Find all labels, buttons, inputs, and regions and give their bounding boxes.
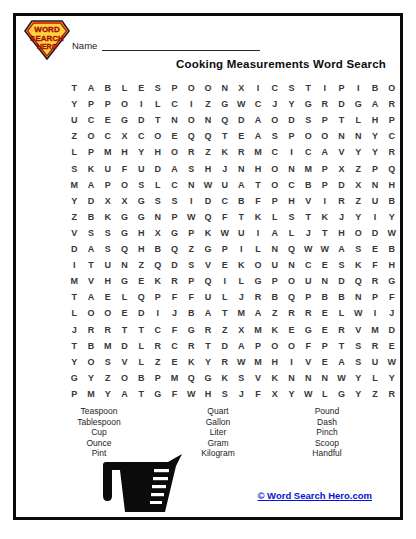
grid-cell-r2c13[interactable]: J [266, 96, 283, 112]
grid-cell-r1c8[interactable]: O [183, 80, 200, 96]
grid-cell-r7c1[interactable]: M [66, 177, 83, 193]
grid-cell-r15c19[interactable]: I [367, 305, 384, 321]
grid-cell-r20c15[interactable]: W [300, 386, 317, 402]
grid-cell-r13c11[interactable]: L [233, 273, 250, 289]
grid-cell-r2c8[interactable]: I [183, 96, 200, 112]
grid-cell-r7c10[interactable]: U [216, 177, 233, 193]
grid-cell-r14c20[interactable]: F [383, 289, 400, 305]
grid-cell-r5c15[interactable]: C [300, 144, 317, 160]
grid-cell-r9c15[interactable]: T [300, 209, 317, 225]
grid-cell-r3c20[interactable]: P [383, 112, 400, 128]
grid-cell-r16c10[interactable]: Z [216, 322, 233, 338]
grid-cell-r14c14[interactable]: Q [283, 289, 300, 305]
grid-cell-r15c2[interactable]: O [83, 305, 100, 321]
grid-cell-r11c19[interactable]: E [367, 241, 384, 257]
grid-cell-r15c10[interactable]: T [216, 305, 233, 321]
grid-cell-r11c7[interactable]: Q [166, 241, 183, 257]
grid-cell-r4c9[interactable]: Q [200, 128, 217, 144]
grid-cell-r10c16[interactable]: T [317, 225, 334, 241]
grid-cell-r13c15[interactable]: U [300, 273, 317, 289]
grid-cell-r19c13[interactable]: K [266, 370, 283, 386]
grid-cell-r18c13[interactable]: H [266, 354, 283, 370]
grid-cell-r16c5[interactable]: T [133, 322, 150, 338]
grid-cell-r8c15[interactable]: V [300, 193, 317, 209]
grid-cell-r16c4[interactable]: T [116, 322, 133, 338]
grid-cell-r7c15[interactable]: B [300, 177, 317, 193]
grid-cell-r9c12[interactable]: K [250, 209, 267, 225]
grid-cell-r13c17[interactable]: D [333, 273, 350, 289]
grid-cell-r4c11[interactable]: E [233, 128, 250, 144]
grid-cell-r8c3[interactable]: X [99, 193, 116, 209]
grid-cell-r5c5[interactable]: Y [133, 144, 150, 160]
grid-cell-r20c4[interactable]: A [116, 386, 133, 402]
grid-cell-r1c5[interactable]: E [133, 80, 150, 96]
grid-cell-r19c5[interactable]: B [133, 370, 150, 386]
grid-cell-r11c20[interactable]: B [383, 241, 400, 257]
grid-cell-r20c1[interactable]: P [66, 386, 83, 402]
grid-cell-r9c2[interactable]: B [83, 209, 100, 225]
grid-cell-r15c14[interactable]: R [283, 305, 300, 321]
grid-cell-r14c13[interactable]: B [266, 289, 283, 305]
grid-cell-r5c12[interactable]: M [250, 144, 267, 160]
grid-cell-r20c20[interactable]: R [383, 386, 400, 402]
grid-cell-r17c11[interactable]: A [233, 338, 250, 354]
grid-cell-r14c10[interactable]: L [216, 289, 233, 305]
grid-cell-r20c3[interactable]: Y [99, 386, 116, 402]
grid-cell-r19c14[interactable]: N [283, 370, 300, 386]
grid-cell-r9c7[interactable]: P [166, 209, 183, 225]
grid-cell-r15c4[interactable]: E [116, 305, 133, 321]
grid-cell-r9c1[interactable]: Z [66, 209, 83, 225]
grid-cell-r1c3[interactable]: B [99, 80, 116, 96]
grid-cell-r18c8[interactable]: K [183, 354, 200, 370]
grid-cell-r5c16[interactable]: A [317, 144, 334, 160]
grid-cell-r9c17[interactable]: J [333, 209, 350, 225]
grid-cell-r8c17[interactable]: R [333, 193, 350, 209]
grid-cell-r14c11[interactable]: J [233, 289, 250, 305]
grid-cell-r6c4[interactable]: F [116, 161, 133, 177]
grid-cell-r14c8[interactable]: F [183, 289, 200, 305]
grid-cell-r10c19[interactable]: D [367, 225, 384, 241]
grid-cell-r8c19[interactable]: U [367, 193, 384, 209]
grid-cell-r1c15[interactable]: T [300, 80, 317, 96]
grid-cell-r10c3[interactable]: S [99, 225, 116, 241]
grid-cell-r3c3[interactable]: E [99, 112, 116, 128]
grid-cell-r5c10[interactable]: K [216, 144, 233, 160]
grid-cell-r6c10[interactable]: J [216, 161, 233, 177]
grid-cell-r5c8[interactable]: R [183, 144, 200, 160]
grid-cell-r20c16[interactable]: L [317, 386, 334, 402]
grid-cell-r1c13[interactable]: C [266, 80, 283, 96]
grid-cell-r2c4[interactable]: O [116, 96, 133, 112]
grid-cell-r16c20[interactable]: D [383, 322, 400, 338]
grid-cell-r16c18[interactable]: V [350, 322, 367, 338]
grid-cell-r11c6[interactable]: B [150, 241, 167, 257]
grid-cell-r19c8[interactable]: Q [183, 370, 200, 386]
grid-cell-r17c10[interactable]: D [216, 338, 233, 354]
grid-cell-r16c8[interactable]: G [183, 322, 200, 338]
grid-cell-r5c19[interactable]: Y [367, 144, 384, 160]
grid-cell-r4c19[interactable]: Y [367, 128, 384, 144]
grid-cell-r10c7[interactable]: G [166, 225, 183, 241]
grid-cell-r13c10[interactable]: I [216, 273, 233, 289]
grid-cell-r1c7[interactable]: P [166, 80, 183, 96]
grid-cell-r12c5[interactable]: Z [133, 257, 150, 273]
grid-cell-r3c15[interactable]: S [300, 112, 317, 128]
grid-cell-r9c8[interactable]: W [183, 209, 200, 225]
grid-cell-r17c12[interactable]: P [250, 338, 267, 354]
grid-cell-r8c8[interactable]: I [183, 193, 200, 209]
grid-cell-r7c11[interactable]: A [233, 177, 250, 193]
grid-cell-r11c2[interactable]: A [83, 241, 100, 257]
grid-cell-r3c1[interactable]: U [66, 112, 83, 128]
grid-cell-r3c7[interactable]: N [166, 112, 183, 128]
grid-cell-r11c5[interactable]: H [133, 241, 150, 257]
grid-cell-r9c10[interactable]: F [216, 209, 233, 225]
grid-cell-r7c13[interactable]: O [266, 177, 283, 193]
grid-cell-r20c10[interactable]: S [216, 386, 233, 402]
grid-cell-r15c3[interactable]: O [99, 305, 116, 321]
grid-cell-r11c16[interactable]: W [317, 241, 334, 257]
grid-cell-r9c4[interactable]: G [116, 209, 133, 225]
grid-cell-r2c5[interactable]: I [133, 96, 150, 112]
grid-cell-r17c16[interactable]: P [317, 338, 334, 354]
grid-cell-r11c9[interactable]: G [200, 241, 217, 257]
grid-cell-r18c2[interactable]: O [83, 354, 100, 370]
grid-cell-r16c19[interactable]: M [367, 322, 384, 338]
grid-cell-r3c4[interactable]: G [116, 112, 133, 128]
grid-cell-r12c10[interactable]: E [216, 257, 233, 273]
grid-cell-r17c18[interactable]: S [350, 338, 367, 354]
grid-cell-r2c20[interactable]: R [383, 96, 400, 112]
grid-cell-r3c10[interactable]: Q [216, 112, 233, 128]
grid-cell-r6c19[interactable]: P [367, 161, 384, 177]
grid-cell-r2c15[interactable]: G [300, 96, 317, 112]
grid-cell-r19c16[interactable]: N [317, 370, 334, 386]
grid-cell-r13c4[interactable]: G [116, 273, 133, 289]
grid-cell-r7c7[interactable]: C [166, 177, 183, 193]
grid-cell-r19c4[interactable]: O [116, 370, 133, 386]
grid-cell-r3c11[interactable]: D [233, 112, 250, 128]
grid-cell-r5c11[interactable]: R [233, 144, 250, 160]
grid-cell-r6c18[interactable]: Z [350, 161, 367, 177]
grid-cell-r1c1[interactable]: T [66, 80, 83, 96]
grid-cell-r12c1[interactable]: I [66, 257, 83, 273]
grid-cell-r11c10[interactable]: P [216, 241, 233, 257]
grid-cell-r10c2[interactable]: S [83, 225, 100, 241]
grid-cell-r10c20[interactable]: W [383, 225, 400, 241]
grid-cell-r4c4[interactable]: X [116, 128, 133, 144]
grid-cell-r4c10[interactable]: T [216, 128, 233, 144]
grid-cell-r4c20[interactable]: C [383, 128, 400, 144]
grid-cell-r12c7[interactable]: D [166, 257, 183, 273]
grid-cell-r17c9[interactable]: T [200, 338, 217, 354]
grid-cell-r4c17[interactable]: N [333, 128, 350, 144]
grid-cell-r4c14[interactable]: P [283, 128, 300, 144]
grid-cell-r18c7[interactable]: E [166, 354, 183, 370]
grid-cell-r9c11[interactable]: T [233, 209, 250, 225]
grid-cell-r1c19[interactable]: B [367, 80, 384, 96]
grid-cell-r15c1[interactable]: L [66, 305, 83, 321]
grid-cell-r7c9[interactable]: W [200, 177, 217, 193]
grid-cell-r9c14[interactable]: S [283, 209, 300, 225]
grid-cell-r17c13[interactable]: O [266, 338, 283, 354]
grid-cell-r14c7[interactable]: F [166, 289, 183, 305]
grid-cell-r14c19[interactable]: P [367, 289, 384, 305]
grid-cell-r15c9[interactable]: A [200, 305, 217, 321]
grid-cell-r20c19[interactable]: Z [367, 386, 384, 402]
grid-cell-r19c7[interactable]: M [166, 370, 183, 386]
grid-cell-r1c10[interactable]: N [216, 80, 233, 96]
grid-cell-r11c4[interactable]: Q [116, 241, 133, 257]
grid-cell-r18c10[interactable]: R [216, 354, 233, 370]
grid-cell-r13c19[interactable]: R [367, 273, 384, 289]
grid-cell-r10c6[interactable]: X [150, 225, 167, 241]
grid-cell-r2c9[interactable]: Z [200, 96, 217, 112]
grid-cell-r2c1[interactable]: Y [66, 96, 83, 112]
grid-cell-r5c4[interactable]: H [116, 144, 133, 160]
grid-cell-r7c12[interactable]: T [250, 177, 267, 193]
grid-cell-r2c7[interactable]: C [166, 96, 183, 112]
grid-cell-r19c18[interactable]: Y [350, 370, 367, 386]
grid-cell-r2c17[interactable]: D [333, 96, 350, 112]
grid-cell-r3c17[interactable]: T [333, 112, 350, 128]
grid-cell-r13c5[interactable]: E [133, 273, 150, 289]
grid-cell-r8c4[interactable]: X [116, 193, 133, 209]
grid-cell-r6c17[interactable]: X [333, 161, 350, 177]
grid-cell-r19c9[interactable]: G [200, 370, 217, 386]
grid-cell-r12c11[interactable]: K [233, 257, 250, 273]
grid-cell-r14c1[interactable]: T [66, 289, 83, 305]
grid-cell-r19c6[interactable]: P [150, 370, 167, 386]
grid-cell-r3c2[interactable]: C [83, 112, 100, 128]
grid-cell-r6c8[interactable]: S [183, 161, 200, 177]
grid-cell-r8c1[interactable]: Y [66, 193, 83, 209]
grid-cell-r9c18[interactable]: Y [350, 209, 367, 225]
grid-cell-r13c14[interactable]: O [283, 273, 300, 289]
grid-cell-r20c11[interactable]: J [233, 386, 250, 402]
grid-cell-r14c3[interactable]: E [99, 289, 116, 305]
grid-cell-r17c20[interactable]: E [383, 338, 400, 354]
grid-cell-r17c4[interactable]: D [116, 338, 133, 354]
grid-cell-r9c6[interactable]: N [150, 209, 167, 225]
grid-cell-r8c10[interactable]: C [216, 193, 233, 209]
grid-cell-r16c15[interactable]: G [300, 322, 317, 338]
grid-cell-r14c9[interactable]: U [200, 289, 217, 305]
grid-cell-r17c8[interactable]: R [183, 338, 200, 354]
grid-cell-r6c20[interactable]: Q [383, 161, 400, 177]
grid-cell-r10c8[interactable]: P [183, 225, 200, 241]
grid-cell-r15c12[interactable]: A [250, 305, 267, 321]
grid-cell-r6c3[interactable]: U [99, 161, 116, 177]
grid-cell-r6c16[interactable]: P [317, 161, 334, 177]
grid-cell-r14c6[interactable]: P [150, 289, 167, 305]
grid-cell-r15c16[interactable]: E [317, 305, 334, 321]
grid-cell-r17c14[interactable]: O [283, 338, 300, 354]
grid-cell-r10c14[interactable]: L [283, 225, 300, 241]
grid-cell-r3c5[interactable]: D [133, 112, 150, 128]
grid-cell-r15c5[interactable]: D [133, 305, 150, 321]
grid-cell-r13c13[interactable]: P [266, 273, 283, 289]
grid-cell-r9c19[interactable]: I [367, 209, 384, 225]
grid-cell-r18c15[interactable]: V [300, 354, 317, 370]
grid-cell-r19c17[interactable]: W [333, 370, 350, 386]
grid-cell-r10c5[interactable]: H [133, 225, 150, 241]
grid-cell-r7c4[interactable]: O [116, 177, 133, 193]
grid-cell-r1c4[interactable]: L [116, 80, 133, 96]
grid-cell-r17c17[interactable]: T [333, 338, 350, 354]
grid-cell-r2c2[interactable]: P [83, 96, 100, 112]
grid-cell-r7c5[interactable]: S [133, 177, 150, 193]
grid-cell-r3c8[interactable]: O [183, 112, 200, 128]
grid-cell-r17c5[interactable]: L [133, 338, 150, 354]
grid-cell-r18c3[interactable]: S [99, 354, 116, 370]
grid-cell-r17c6[interactable]: R [150, 338, 167, 354]
grid-cell-r2c12[interactable]: C [250, 96, 267, 112]
grid-cell-r12c17[interactable]: S [333, 257, 350, 273]
grid-cell-r6c2[interactable]: K [83, 161, 100, 177]
grid-cell-r2c18[interactable]: G [350, 96, 367, 112]
grid-cell-r12c20[interactable]: H [383, 257, 400, 273]
grid-cell-r4c1[interactable]: Z [66, 128, 83, 144]
grid-cell-r10c9[interactable]: K [200, 225, 217, 241]
grid-cell-r10c17[interactable]: H [333, 225, 350, 241]
grid-cell-r3c14[interactable]: D [283, 112, 300, 128]
grid-cell-r16c12[interactable]: M [250, 322, 267, 338]
grid-cell-r6c9[interactable]: H [200, 161, 217, 177]
grid-cell-r7c18[interactable]: X [350, 177, 367, 193]
grid-cell-r15c17[interactable]: L [333, 305, 350, 321]
grid-cell-r1c18[interactable]: I [350, 80, 367, 96]
grid-cell-r7c20[interactable]: H [383, 177, 400, 193]
grid-cell-r10c18[interactable]: O [350, 225, 367, 241]
grid-cell-r13c1[interactable]: M [66, 273, 83, 289]
grid-cell-r10c10[interactable]: W [216, 225, 233, 241]
grid-cell-r1c6[interactable]: S [150, 80, 167, 96]
grid-cell-r12c14[interactable]: N [283, 257, 300, 273]
grid-cell-r1c12[interactable]: I [250, 80, 267, 96]
grid-cell-r18c17[interactable]: A [333, 354, 350, 370]
grid-cell-r1c17[interactable]: P [333, 80, 350, 96]
grid-cell-r20c18[interactable]: Y [350, 386, 367, 402]
grid-cell-r10c4[interactable]: G [116, 225, 133, 241]
grid-cell-r3c12[interactable]: A [250, 112, 267, 128]
grid-cell-r4c3[interactable]: C [99, 128, 116, 144]
grid-cell-r4c15[interactable]: O [300, 128, 317, 144]
grid-cell-r1c2[interactable]: A [83, 80, 100, 96]
grid-cell-r17c15[interactable]: F [300, 338, 317, 354]
grid-cell-r18c20[interactable]: W [383, 354, 400, 370]
grid-cell-r12c13[interactable]: U [266, 257, 283, 273]
grid-cell-r1c14[interactable]: S [283, 80, 300, 96]
grid-cell-r20c13[interactable]: X [266, 386, 283, 402]
grid-cell-r8c5[interactable]: G [133, 193, 150, 209]
grid-cell-r13c20[interactable]: G [383, 273, 400, 289]
grid-cell-r18c1[interactable]: Y [66, 354, 83, 370]
grid-cell-r8c11[interactable]: B [233, 193, 250, 209]
grid-cell-r11c18[interactable]: S [350, 241, 367, 257]
grid-cell-r16c9[interactable]: R [200, 322, 217, 338]
grid-cell-r6c5[interactable]: U [133, 161, 150, 177]
grid-cell-r4c16[interactable]: O [317, 128, 334, 144]
grid-cell-r19c2[interactable]: Y [83, 370, 100, 386]
grid-cell-r18c5[interactable]: L [133, 354, 150, 370]
grid-cell-r15c15[interactable]: R [300, 305, 317, 321]
grid-cell-r2c16[interactable]: R [317, 96, 334, 112]
grid-cell-r16c2[interactable]: R [83, 322, 100, 338]
grid-cell-r7c2[interactable]: A [83, 177, 100, 193]
grid-cell-r20c14[interactable]: Y [283, 386, 300, 402]
grid-cell-r9c9[interactable]: Q [200, 209, 217, 225]
grid-cell-r12c18[interactable]: K [350, 257, 367, 273]
grid-cell-r19c19[interactable]: L [367, 370, 384, 386]
grid-cell-r18c19[interactable]: U [367, 354, 384, 370]
grid-cell-r18c6[interactable]: Z [150, 354, 167, 370]
grid-cell-r11c3[interactable]: S [99, 241, 116, 257]
grid-cell-r20c7[interactable]: F [166, 386, 183, 402]
grid-cell-r6c7[interactable]: A [166, 161, 183, 177]
grid-cell-r12c2[interactable]: T [83, 257, 100, 273]
grid-cell-r1c16[interactable]: I [317, 80, 334, 96]
grid-cell-r5c9[interactable]: Z [200, 144, 217, 160]
grid-cell-r11c17[interactable]: A [333, 241, 350, 257]
grid-cell-r11c14[interactable]: Q [283, 241, 300, 257]
grid-cell-r7c3[interactable]: P [99, 177, 116, 193]
grid-cell-r6c12[interactable]: H [250, 161, 267, 177]
grid-cell-r5c17[interactable]: V [333, 144, 350, 160]
grid-cell-r17c7[interactable]: C [166, 338, 183, 354]
grid-cell-r15c7[interactable]: J [166, 305, 183, 321]
grid-cell-r2c14[interactable]: Y [283, 96, 300, 112]
grid-cell-r1c9[interactable]: O [200, 80, 217, 96]
grid-cell-r19c15[interactable]: N [300, 370, 317, 386]
grid-cell-r19c20[interactable]: Y [383, 370, 400, 386]
grid-cell-r6c11[interactable]: N [233, 161, 250, 177]
grid-cell-r10c13[interactable]: A [266, 225, 283, 241]
grid-cell-r8c9[interactable]: D [200, 193, 217, 209]
grid-cell-r2c6[interactable]: L [150, 96, 167, 112]
grid-cell-r11c11[interactable]: I [233, 241, 250, 257]
grid-cell-r16c7[interactable]: F [166, 322, 183, 338]
grid-cell-r13c12[interactable]: G [250, 273, 267, 289]
grid-cell-r17c1[interactable]: T [66, 338, 83, 354]
grid-cell-r3c9[interactable]: N [200, 112, 217, 128]
grid-cell-r6c1[interactable]: S [66, 161, 83, 177]
grid-cell-r13c16[interactable]: N [317, 273, 334, 289]
grid-cell-r7c16[interactable]: P [317, 177, 334, 193]
grid-cell-r9c16[interactable]: K [317, 209, 334, 225]
grid-cell-r12c12[interactable]: O [250, 257, 267, 273]
grid-cell-r7c17[interactable]: D [333, 177, 350, 193]
grid-cell-r14c18[interactable]: N [350, 289, 367, 305]
word-search-hero-link[interactable]: © Word Search Hero.com [257, 490, 372, 501]
grid-cell-r7c19[interactable]: N [367, 177, 384, 193]
grid-cell-r18c18[interactable]: S [350, 354, 367, 370]
grid-cell-r16c13[interactable]: K [266, 322, 283, 338]
grid-cell-r14c15[interactable]: P [300, 289, 317, 305]
grid-cell-r20c8[interactable]: W [183, 386, 200, 402]
grid-cell-r5c13[interactable]: C [266, 144, 283, 160]
grid-cell-r16c14[interactable]: E [283, 322, 300, 338]
grid-cell-r18c14[interactable]: I [283, 354, 300, 370]
grid-cell-r4c12[interactable]: A [250, 128, 267, 144]
grid-cell-r17c3[interactable]: M [99, 338, 116, 354]
grid-cell-r12c3[interactable]: U [99, 257, 116, 273]
grid-cell-r2c3[interactable]: P [99, 96, 116, 112]
grid-cell-r2c11[interactable]: W [233, 96, 250, 112]
grid-cell-r16c3[interactable]: R [99, 322, 116, 338]
grid-cell-r19c1[interactable]: G [66, 370, 83, 386]
